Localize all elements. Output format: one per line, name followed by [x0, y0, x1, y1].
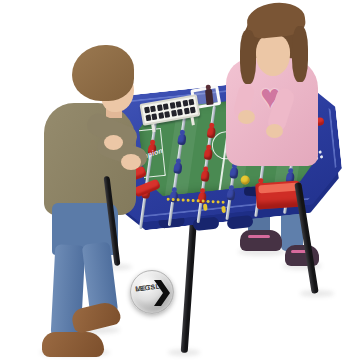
trim-dot — [202, 200, 205, 203]
score-tile — [177, 109, 183, 116]
trim-dot — [182, 198, 185, 201]
player-figure-red — [200, 170, 209, 182]
score-tile — [182, 100, 188, 107]
score-tile — [152, 113, 158, 120]
player-figure-blue — [229, 167, 238, 179]
score-tile — [183, 107, 189, 114]
badge-line2: LEGS — [135, 283, 156, 293]
score-tile — [150, 105, 156, 112]
girl-hand — [266, 124, 283, 138]
boy-hand — [104, 135, 123, 150]
chevron-right-icon — [154, 280, 170, 306]
player-figure-blue — [173, 162, 182, 174]
metal-legs-badge: METAL LEGS — [130, 270, 174, 314]
score-tile — [145, 114, 151, 121]
girl-hair-strand — [240, 30, 256, 84]
sneaker-lace — [248, 235, 270, 238]
score-tile — [157, 104, 163, 111]
score-tile — [158, 112, 164, 119]
product-photo-scene: ♥ euroChampion — [0, 0, 360, 360]
rim-mini-figure — [221, 206, 226, 213]
tray-top-face — [258, 183, 298, 194]
girl-sneaker — [240, 230, 282, 251]
player-figure-red — [203, 148, 212, 160]
trim-dot — [167, 198, 170, 201]
score-tile — [164, 111, 170, 118]
boy-shoe — [42, 332, 104, 357]
trim-dot — [172, 198, 175, 201]
trim-dot — [192, 199, 195, 202]
trim-dot — [318, 150, 322, 154]
score-tile — [169, 102, 175, 109]
score-tile — [190, 106, 196, 113]
rim-mini-figure — [203, 204, 208, 211]
boy-hand — [121, 154, 141, 170]
score-tile — [176, 101, 182, 108]
girl-face — [256, 34, 290, 76]
player-figure-blue — [226, 189, 235, 201]
score-tiles — [144, 99, 196, 121]
boy-hair — [72, 45, 134, 101]
trim-dot — [197, 199, 200, 202]
trim-dot — [212, 200, 215, 203]
trim-dot — [207, 200, 210, 203]
score-tile — [188, 99, 194, 106]
trim-dot — [222, 201, 225, 204]
girl-hair-strand — [292, 26, 308, 82]
trim-dot — [217, 200, 220, 203]
player-figure-red — [206, 126, 215, 138]
trim-dot — [177, 198, 180, 201]
score-tile — [163, 103, 169, 110]
score-tile — [171, 110, 177, 117]
trim-dot — [187, 199, 190, 202]
girl-hand — [238, 110, 255, 124]
score-tile — [144, 107, 150, 114]
